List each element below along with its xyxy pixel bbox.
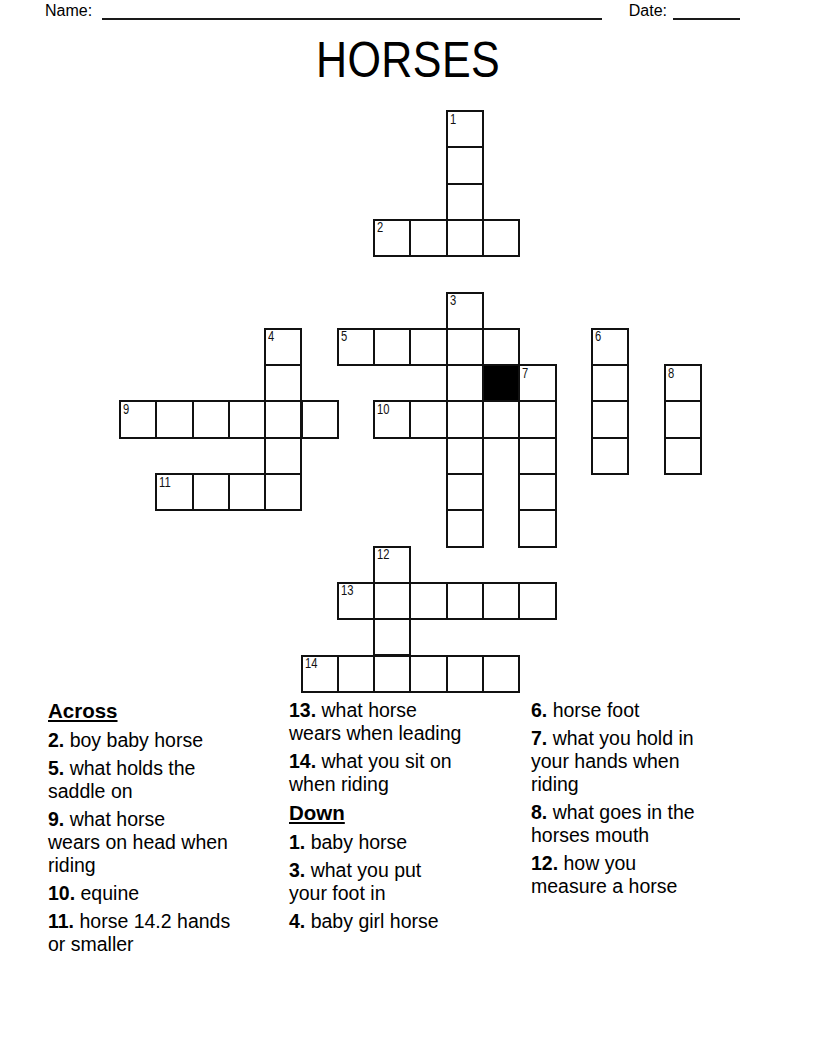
clue: 7. what you hold in your hands when ridi… bbox=[531, 727, 750, 796]
grid-cell[interactable]: 6 bbox=[591, 328, 629, 366]
grid-cell[interactable] bbox=[446, 437, 484, 475]
grid-cell[interactable] bbox=[664, 437, 702, 475]
grid-cell[interactable] bbox=[409, 219, 447, 257]
grid-cell[interactable]: 8 bbox=[664, 364, 702, 402]
cell-clue-number: 4 bbox=[268, 330, 274, 343]
clue-number-label: 1. bbox=[289, 831, 305, 853]
grid-cell[interactable]: 7 bbox=[518, 364, 556, 402]
grid-cell[interactable] bbox=[192, 400, 230, 438]
name-input-line[interactable] bbox=[102, 1, 602, 20]
cell-clue-number: 2 bbox=[377, 221, 383, 234]
grid-cell[interactable]: 4 bbox=[264, 328, 302, 366]
clue: 12. how you measure a horse bbox=[531, 852, 750, 898]
grid-cell[interactable] bbox=[518, 437, 556, 475]
grid-cell[interactable] bbox=[373, 582, 411, 620]
clue: 4. baby girl horse bbox=[289, 910, 531, 933]
clue-text: baby horse bbox=[305, 831, 407, 853]
clue-text: what you hold in your hands when riding bbox=[531, 727, 694, 795]
clue-number-label: 10. bbox=[48, 882, 75, 904]
grid-cell[interactable] bbox=[518, 473, 556, 511]
clue: 11. horse 14.2 hands or smaller bbox=[48, 910, 289, 956]
grid-cell[interactable] bbox=[664, 400, 702, 438]
cell-clue-number: 8 bbox=[668, 367, 674, 380]
grid-cell[interactable] bbox=[482, 219, 520, 257]
clue-number-label: 9. bbox=[48, 808, 64, 830]
date-label: Date: bbox=[629, 1, 667, 20]
clue: 1. baby horse bbox=[289, 831, 531, 854]
grid-cell[interactable] bbox=[337, 655, 375, 693]
grid-cell[interactable] bbox=[446, 655, 484, 693]
grid-cell[interactable] bbox=[409, 328, 447, 366]
grid-cell[interactable] bbox=[409, 655, 447, 693]
clue-text: horse 14.2 hands or smaller bbox=[48, 910, 230, 955]
clue: 14. what you sit on when riding bbox=[289, 750, 531, 796]
clue-column: 13. what horse wears when leading14. wha… bbox=[289, 699, 531, 961]
grid-cell[interactable] bbox=[591, 364, 629, 402]
name-label: Name: bbox=[45, 1, 92, 20]
black-cell bbox=[482, 364, 520, 402]
grid-cell[interactable] bbox=[409, 582, 447, 620]
grid-cell[interactable] bbox=[155, 400, 193, 438]
clue-number-label: 8. bbox=[531, 801, 547, 823]
grid-cell[interactable] bbox=[482, 400, 520, 438]
grid-cell[interactable]: 14 bbox=[301, 655, 339, 693]
cell-clue-number: 12 bbox=[377, 548, 389, 561]
grid-cell[interactable] bbox=[373, 655, 411, 693]
grid-cell[interactable] bbox=[591, 400, 629, 438]
grid-cell[interactable]: 10 bbox=[373, 400, 411, 438]
cell-clue-number: 14 bbox=[305, 657, 317, 670]
grid-cell[interactable] bbox=[228, 473, 266, 511]
grid-cell[interactable]: 13 bbox=[337, 582, 375, 620]
clue-number-label: 11. bbox=[48, 910, 74, 932]
grid-cell[interactable]: 5 bbox=[337, 328, 375, 366]
clue-number-label: 12. bbox=[531, 852, 558, 874]
cell-clue-number: 6 bbox=[595, 330, 601, 343]
grid-cell[interactable] bbox=[446, 183, 484, 221]
grid-cell[interactable] bbox=[446, 473, 484, 511]
grid-cell[interactable] bbox=[192, 473, 230, 511]
clue: 2. boy baby horse bbox=[48, 729, 289, 752]
grid-cell[interactable] bbox=[446, 364, 484, 402]
grid-cell[interactable] bbox=[518, 400, 556, 438]
grid-cell[interactable] bbox=[446, 328, 484, 366]
cell-clue-number: 10 bbox=[377, 403, 389, 416]
clue-column: 6. horse foot7. what you hold in your ha… bbox=[531, 699, 750, 961]
grid-cell[interactable] bbox=[264, 437, 302, 475]
clue-number-label: 3. bbox=[289, 859, 305, 881]
grid-cell[interactable] bbox=[518, 509, 556, 547]
clues: Across2. boy baby horse5. what holds the… bbox=[48, 699, 750, 961]
cell-clue-number: 7 bbox=[522, 367, 528, 380]
grid-cell[interactable] bbox=[482, 655, 520, 693]
clue-number-label: 4. bbox=[289, 910, 305, 932]
title-wrap: HORSES bbox=[0, 30, 816, 90]
worksheet-header: Name: Date: bbox=[45, 0, 740, 20]
clue-text: boy baby horse bbox=[64, 729, 203, 751]
clue-column: Across2. boy baby horse5. what holds the… bbox=[48, 699, 289, 961]
cell-clue-number: 1 bbox=[450, 113, 456, 126]
clue-text: equine bbox=[75, 882, 139, 904]
clue-text: what you put your foot in bbox=[289, 859, 421, 904]
grid-cell[interactable] bbox=[482, 582, 520, 620]
crossword-board: 1234567891011121314 bbox=[119, 110, 703, 694]
clue-number-label: 14. bbox=[289, 750, 316, 772]
grid-cell[interactable] bbox=[446, 400, 484, 438]
cell-clue-number: 3 bbox=[450, 294, 456, 307]
grid-cell[interactable] bbox=[373, 618, 411, 656]
clue: 13. what horse wears when leading bbox=[289, 699, 531, 745]
grid-cell[interactable]: 9 bbox=[119, 400, 157, 438]
clue: 5. what holds the saddle on bbox=[48, 757, 289, 803]
clue: 6. horse foot bbox=[531, 699, 750, 722]
grid-cell[interactable]: 12 bbox=[373, 546, 411, 584]
clue-text: what holds the saddle on bbox=[48, 757, 195, 802]
clue: 10. equine bbox=[48, 882, 289, 905]
grid-cell[interactable] bbox=[264, 473, 302, 511]
clue-text: what goes in the horses mouth bbox=[531, 801, 695, 846]
puzzle-title: HORSES bbox=[316, 30, 500, 90]
clue-text: horse foot bbox=[547, 699, 639, 721]
clue: 9. what horse wears on head when riding bbox=[48, 808, 289, 877]
grid-cell[interactable]: 1 bbox=[446, 110, 484, 148]
grid-cell[interactable] bbox=[373, 328, 411, 366]
cell-clue-number: 9 bbox=[123, 403, 129, 416]
clue-number-label: 13. bbox=[289, 699, 316, 721]
cell-clue-number: 13 bbox=[341, 584, 353, 597]
grid-cell[interactable] bbox=[446, 582, 484, 620]
clue: 8. what goes in the horses mouth bbox=[531, 801, 750, 847]
grid-cell[interactable]: 2 bbox=[373, 219, 411, 257]
clue-text: what horse wears on head when riding bbox=[48, 808, 228, 876]
grid-cell[interactable]: 3 bbox=[446, 292, 484, 330]
grid-cell[interactable] bbox=[446, 509, 484, 547]
clues-section-header: Down bbox=[289, 801, 531, 825]
date-input-line[interactable] bbox=[673, 1, 740, 20]
cell-clue-number: 11 bbox=[159, 476, 171, 489]
cell-clue-number: 5 bbox=[341, 330, 347, 343]
clue-number-label: 6. bbox=[531, 699, 547, 721]
grid-cell[interactable] bbox=[264, 400, 302, 438]
grid-cell[interactable] bbox=[591, 437, 629, 475]
grid-cell[interactable] bbox=[482, 328, 520, 366]
clue-number-label: 5. bbox=[48, 757, 64, 779]
grid-cell[interactable] bbox=[228, 400, 266, 438]
clue-text: baby girl horse bbox=[305, 910, 438, 932]
grid-cell[interactable] bbox=[518, 582, 556, 620]
grid-cell[interactable]: 11 bbox=[155, 473, 193, 511]
grid-cell[interactable] bbox=[446, 146, 484, 184]
grid-cell[interactable] bbox=[409, 400, 447, 438]
clues-section-header: Across bbox=[48, 699, 289, 723]
clue: 3. what you put your foot in bbox=[289, 859, 531, 905]
grid-cell[interactable] bbox=[446, 219, 484, 257]
clue-number-label: 7. bbox=[531, 727, 547, 749]
clue-number-label: 2. bbox=[48, 729, 64, 751]
grid-cell[interactable] bbox=[264, 364, 302, 402]
grid-cell[interactable] bbox=[301, 400, 339, 438]
